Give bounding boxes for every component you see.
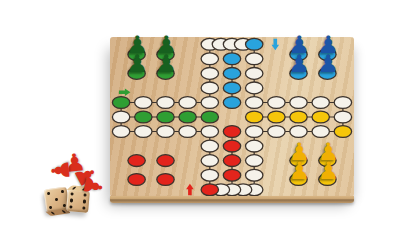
- pip: [55, 198, 59, 202]
- pip: [47, 192, 51, 196]
- track-field[interactable]: [246, 97, 263, 109]
- finish-field-blue[interactable]: [223, 82, 240, 94]
- finish-field-yellow[interactable]: [268, 111, 285, 123]
- start-field-green[interactable]: [112, 97, 129, 109]
- yellow-pawn[interactable]: ♟: [317, 159, 337, 183]
- home-field-red[interactable]: [128, 174, 145, 186]
- track-field[interactable]: [157, 126, 174, 138]
- start-field-red[interactable]: [201, 184, 218, 196]
- pip: [61, 190, 65, 194]
- start-field-blue[interactable]: [246, 38, 263, 50]
- finish-field-green[interactable]: [179, 111, 196, 123]
- finish-field-red[interactable]: [223, 126, 240, 138]
- start-arrow-red: [186, 184, 194, 196]
- finish-field-red[interactable]: [223, 169, 240, 181]
- pip: [51, 212, 55, 214]
- track-field[interactable]: [179, 97, 196, 109]
- blue-pawn[interactable]: ♟: [317, 52, 337, 76]
- track-field[interactable]: [334, 111, 351, 123]
- home-field-red[interactable]: [157, 155, 174, 167]
- start-field-yellow[interactable]: [334, 126, 351, 138]
- start-arrow-green: [119, 89, 130, 97]
- track-field[interactable]: [201, 140, 218, 152]
- blue-pawn[interactable]: ♟: [289, 52, 309, 76]
- start-arrow-blue: [272, 39, 280, 51]
- finish-field-red[interactable]: [223, 155, 240, 167]
- track-field[interactable]: [268, 126, 285, 138]
- pip: [61, 211, 65, 213]
- track-field[interactable]: [246, 126, 263, 138]
- track-field[interactable]: [201, 53, 218, 65]
- pip: [70, 199, 74, 203]
- finish-field-blue[interactable]: [223, 68, 240, 80]
- track-field[interactable]: [201, 68, 218, 80]
- finish-field-yellow[interactable]: [246, 111, 263, 123]
- pip: [83, 200, 87, 204]
- finish-field-green[interactable]: [201, 111, 218, 123]
- track-field[interactable]: [312, 126, 329, 138]
- track-field[interactable]: [246, 82, 263, 94]
- pip: [82, 206, 86, 210]
- green-pawn[interactable]: ♟: [155, 52, 175, 76]
- finish-field-green[interactable]: [157, 111, 174, 123]
- finish-field-green[interactable]: [135, 111, 152, 123]
- track-field[interactable]: [246, 68, 263, 80]
- green-pawn[interactable]: ♟: [127, 52, 147, 76]
- track-field[interactable]: [246, 140, 263, 152]
- board-edge: [110, 196, 354, 203]
- track-field[interactable]: [201, 169, 218, 181]
- home-field-red[interactable]: [157, 174, 174, 186]
- track-field[interactable]: [157, 97, 174, 109]
- track-field[interactable]: [290, 126, 307, 138]
- track-field[interactable]: [201, 155, 218, 167]
- track-field[interactable]: [135, 126, 152, 138]
- finish-field-blue[interactable]: [223, 97, 240, 109]
- finish-field-yellow[interactable]: [312, 111, 329, 123]
- track-field[interactable]: [179, 126, 196, 138]
- pip: [49, 205, 53, 209]
- track-field[interactable]: [112, 126, 129, 138]
- track-field[interactable]: [334, 97, 351, 109]
- home-field-red[interactable]: [128, 155, 145, 167]
- pip: [69, 205, 73, 209]
- finish-field-red[interactable]: [223, 140, 240, 152]
- scene: ♟♟♟♟♟♟♟♟♟♟♟♟♟♟♟♟: [0, 0, 400, 240]
- yellow-pawn[interactable]: ♟: [289, 159, 309, 183]
- red-pawn[interactable]: ♟: [79, 173, 107, 198]
- track-field[interactable]: [112, 111, 129, 123]
- pip: [70, 192, 74, 196]
- track-field[interactable]: [268, 97, 285, 109]
- track-field[interactable]: [201, 97, 218, 109]
- track-field[interactable]: [246, 155, 263, 167]
- track-field[interactable]: [312, 97, 329, 109]
- track-field[interactable]: [246, 53, 263, 65]
- finish-field-yellow[interactable]: [290, 111, 307, 123]
- track-field[interactable]: [135, 97, 152, 109]
- track-field[interactable]: [201, 126, 218, 138]
- track-field[interactable]: [246, 169, 263, 181]
- track-field[interactable]: [201, 82, 218, 94]
- finish-field-blue[interactable]: [223, 53, 240, 65]
- track-field[interactable]: [290, 97, 307, 109]
